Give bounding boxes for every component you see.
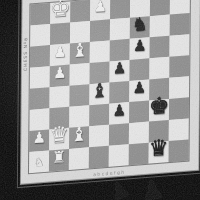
board-square <box>110 0 130 19</box>
board-square <box>109 123 129 146</box>
board-square <box>30 66 50 89</box>
board-square <box>129 122 149 145</box>
board-square <box>30 87 50 110</box>
board-square <box>70 42 90 65</box>
chessboard-photo: CHESS Nº6 a b c d e f g h ♚♟♟♝♟♟♛♝♜♞♟♟♝♟… <box>0 0 200 200</box>
knight-logo-icon: ♘ <box>34 154 45 169</box>
board-square <box>110 18 130 41</box>
board-square <box>129 143 149 166</box>
board-square <box>69 126 89 149</box>
board-square <box>149 99 169 122</box>
board-square <box>69 105 89 128</box>
board-square <box>130 37 150 60</box>
board-square <box>129 101 149 124</box>
board-square <box>89 104 109 127</box>
board-square <box>130 0 150 18</box>
board-square <box>70 0 90 22</box>
board-square <box>169 118 189 141</box>
board-square <box>110 39 130 62</box>
board-square <box>49 149 69 172</box>
board-square <box>50 65 70 88</box>
board-square <box>109 144 129 167</box>
board-square <box>150 0 170 16</box>
board-square <box>130 16 150 39</box>
board-square <box>89 146 109 169</box>
board-square <box>169 34 189 57</box>
board-square <box>169 97 189 120</box>
board-square <box>150 36 170 59</box>
board-square <box>170 13 190 36</box>
board-square <box>169 76 189 99</box>
captured-piece: ♟ <box>107 177 134 200</box>
board-square <box>49 128 69 151</box>
board-square <box>70 63 90 86</box>
board-square <box>129 58 149 81</box>
board-square <box>90 0 110 21</box>
board-square <box>169 55 189 78</box>
board-square <box>109 60 129 83</box>
board-square <box>90 61 110 84</box>
captured-piece: ♟ <box>139 176 166 200</box>
board-square <box>50 44 70 67</box>
board-square <box>90 40 110 63</box>
board-frame: CHESS Nº6 a b c d e f g h ♚♟♟♝♟♟♛♝♜♞♟♟♝♟… <box>21 0 200 184</box>
board-square <box>90 19 110 42</box>
board-square <box>49 107 69 130</box>
board-square <box>50 1 70 24</box>
board-square <box>29 108 49 131</box>
board-square <box>149 120 169 143</box>
board-square <box>49 86 69 109</box>
board-square <box>89 125 109 148</box>
board-square <box>30 3 50 26</box>
board-square <box>69 84 89 107</box>
board-square <box>89 83 109 106</box>
board-square <box>30 45 50 68</box>
board-square <box>149 78 169 101</box>
board-square <box>150 15 170 38</box>
board-side-text: CHESS Nº6 <box>23 37 28 71</box>
board-square <box>30 24 50 47</box>
board-square <box>50 22 70 45</box>
board-square <box>69 147 89 170</box>
board-square <box>109 81 129 104</box>
board-square <box>169 140 189 163</box>
board-square <box>29 129 49 152</box>
board-square <box>149 57 169 80</box>
board-square <box>70 21 90 44</box>
chess-board <box>29 0 190 173</box>
board-square <box>109 102 129 125</box>
board-square <box>129 79 149 102</box>
board-square <box>149 141 169 164</box>
